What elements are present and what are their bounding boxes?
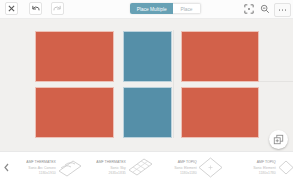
zoom-button[interactable] bbox=[259, 3, 271, 14]
product-item-thermatex-sonic-arc[interactable]: AMF THERMATEX Sonic Arc Convex 1180x1910 bbox=[13, 152, 83, 183]
product-item-topiq-sonic-element-1[interactable]: AMF TOPIQ Sonic Element 1180x1180 bbox=[154, 152, 224, 183]
product-size: 1180x1780 bbox=[253, 170, 275, 175]
undo-button[interactable] bbox=[29, 2, 42, 15]
product-name: Sonic Element bbox=[253, 165, 275, 170]
duplicate-icon bbox=[273, 134, 284, 145]
product-size: 2635x1835 bbox=[97, 170, 126, 175]
place-multiple-button[interactable]: Place Multiple bbox=[130, 3, 173, 14]
place-mode-toggle: Place Multiple Place bbox=[130, 3, 201, 14]
redo-icon bbox=[53, 5, 62, 13]
redo-button[interactable] bbox=[51, 2, 64, 15]
place-button[interactable]: Place bbox=[173, 3, 201, 14]
ceiling-tile-blue[interactable] bbox=[123, 87, 172, 138]
ceiling-tile-red[interactable] bbox=[181, 87, 259, 138]
ceiling-tile-red[interactable] bbox=[181, 31, 259, 82]
fit-screen-icon bbox=[244, 4, 254, 14]
carousel-items: AMF THERMATEX Sonic Arc Convex 1180x1910… bbox=[13, 152, 293, 183]
product-name: Sonic Sky bbox=[97, 165, 126, 170]
app-window: Place Multiple Place bbox=[0, 0, 293, 183]
more-options-button[interactable] bbox=[274, 3, 291, 17]
ceiling-tile-blue[interactable] bbox=[123, 31, 172, 82]
grid-panel-icon bbox=[127, 156, 154, 179]
tile-grid bbox=[35, 31, 259, 138]
diamond-panel-small-icon bbox=[277, 156, 293, 179]
duplicate-button[interactable] bbox=[269, 130, 288, 149]
product-size: 1180x1910 bbox=[26, 170, 55, 175]
fit-screen-button[interactable] bbox=[243, 3, 255, 14]
product-brand: AMF THERMATEX bbox=[26, 159, 55, 164]
product-item-thermatex-sonic-sky[interactable]: AMF THERMATEX Sonic Sky 2635x1835 bbox=[83, 152, 153, 183]
close-button[interactable] bbox=[5, 2, 18, 15]
carousel-prev-button[interactable] bbox=[0, 152, 13, 183]
diamond-panel-icon bbox=[197, 156, 224, 179]
more-icon bbox=[279, 9, 281, 11]
place-multiple-label: Place Multiple bbox=[137, 6, 167, 11]
ceiling-tile-red[interactable] bbox=[35, 87, 114, 138]
alignment-guide-horizontal bbox=[258, 81, 293, 82]
product-name: Sonic Element bbox=[174, 165, 196, 170]
toolbar: Place Multiple Place bbox=[0, 0, 293, 19]
close-icon bbox=[8, 5, 15, 12]
product-brand: AMF TOPIQ bbox=[174, 159, 196, 164]
place-label: Place bbox=[181, 6, 193, 11]
product-item-topiq-sonic-element-2[interactable]: AMF TOPIQ Sonic Element 1180x1780 bbox=[224, 152, 293, 183]
chevron-left-icon bbox=[4, 163, 9, 172]
ceiling-tile-red[interactable] bbox=[35, 31, 114, 82]
undo-icon bbox=[31, 5, 40, 13]
product-brand: AMF TOPIQ bbox=[253, 159, 275, 164]
product-brand: AMF THERMATEX bbox=[97, 159, 126, 164]
product-carousel: AMF THERMATEX Sonic Arc Convex 1180x1910… bbox=[0, 151, 293, 183]
product-name: Sonic Arc Convex bbox=[26, 165, 55, 170]
arc-panels-icon bbox=[56, 156, 83, 179]
zoom-icon bbox=[260, 4, 270, 14]
product-size: 1180x1180 bbox=[174, 170, 196, 175]
canvas[interactable] bbox=[0, 18, 293, 152]
